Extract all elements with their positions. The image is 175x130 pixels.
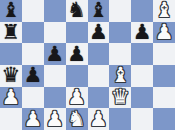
square-r0c2[interactable] [44,0,66,22]
white-bishop[interactable]: ♝ [111,65,130,86]
square-r2c4[interactable] [88,43,110,65]
black-pawn[interactable]: ♟ [133,21,152,42]
square-r2c5[interactable] [109,43,131,65]
square-r5c5[interactable] [109,108,131,130]
square-r4c2[interactable] [44,87,66,109]
white-knight[interactable]: ♞ [67,108,86,129]
square-r3c6[interactable] [131,65,153,87]
square-r0c4[interactable]: ♝ [88,0,110,22]
black-pawn[interactable]: ♟ [45,43,64,64]
square-r4c5[interactable]: ♛ [109,87,131,109]
square-r0c7[interactable]: ♝ [153,0,175,22]
square-r4c6[interactable] [131,87,153,109]
square-r1c2[interactable] [44,22,66,44]
square-r4c7[interactable] [153,87,175,109]
square-r4c0[interactable]: ♟ [0,87,22,109]
square-r5c2[interactable]: ♟ [44,108,66,130]
square-r1c0[interactable]: ♜ [0,22,22,44]
square-r3c5[interactable]: ♝ [109,65,131,87]
square-r2c3[interactable]: ♟ [66,43,88,65]
white-pawn[interactable]: ♟ [2,86,21,107]
black-knight[interactable]: ♞ [67,0,86,21]
square-r2c0[interactable] [0,43,22,65]
square-r2c6[interactable] [131,43,153,65]
white-pawn[interactable]: ♟ [67,86,86,107]
black-pawn[interactable]: ♟ [67,43,86,64]
square-r3c7[interactable] [153,65,175,87]
white-pawn[interactable]: ♟ [45,108,64,129]
square-r3c0[interactable]: ♛ [0,65,22,87]
square-r0c5[interactable] [109,0,131,22]
square-r1c6[interactable]: ♟ [131,22,153,44]
square-r2c1[interactable] [22,43,44,65]
black-rook[interactable]: ♜ [2,21,21,42]
square-r5c7[interactable] [153,108,175,130]
black-bishop[interactable]: ♝ [89,0,108,21]
square-r5c6[interactable] [131,108,153,130]
black-pawn[interactable]: ♟ [89,21,108,42]
square-r4c3[interactable]: ♟ [66,87,88,109]
square-r3c1[interactable]: ♟ [22,65,44,87]
square-r1c5[interactable] [109,22,131,44]
white-pawn[interactable]: ♟ [155,21,174,42]
black-queen[interactable]: ♛ [2,65,21,86]
square-r0c3[interactable]: ♞ [66,0,88,22]
square-r0c0[interactable]: ♝ [0,0,22,22]
square-r0c1[interactable] [22,0,44,22]
square-r2c7[interactable] [153,43,175,65]
black-bishop[interactable]: ♝ [2,0,21,21]
square-r5c4[interactable]: ♟ [88,108,110,130]
white-queen[interactable]: ♛ [111,86,130,107]
white-bishop[interactable]: ♝ [155,0,174,21]
square-r0c6[interactable] [131,0,153,22]
square-r3c2[interactable] [44,65,66,87]
chess-board: ♝♞♝♝♜♟♟♟♟♟♛♟♝♟♟♛♟♟♞♟ [0,0,175,130]
white-pawn[interactable]: ♟ [23,108,42,129]
square-r5c0[interactable] [0,108,22,130]
square-r4c1[interactable] [22,87,44,109]
square-r4c4[interactable] [88,87,110,109]
square-r1c3[interactable] [66,22,88,44]
square-r5c3[interactable]: ♞ [66,108,88,130]
square-r1c7[interactable]: ♟ [153,22,175,44]
square-r3c3[interactable] [66,65,88,87]
white-pawn[interactable]: ♟ [89,108,108,129]
square-r1c4[interactable]: ♟ [88,22,110,44]
square-r2c2[interactable]: ♟ [44,43,66,65]
square-r3c4[interactable] [88,65,110,87]
black-pawn[interactable]: ♟ [23,65,42,86]
square-r1c1[interactable] [22,22,44,44]
square-r5c1[interactable]: ♟ [22,108,44,130]
